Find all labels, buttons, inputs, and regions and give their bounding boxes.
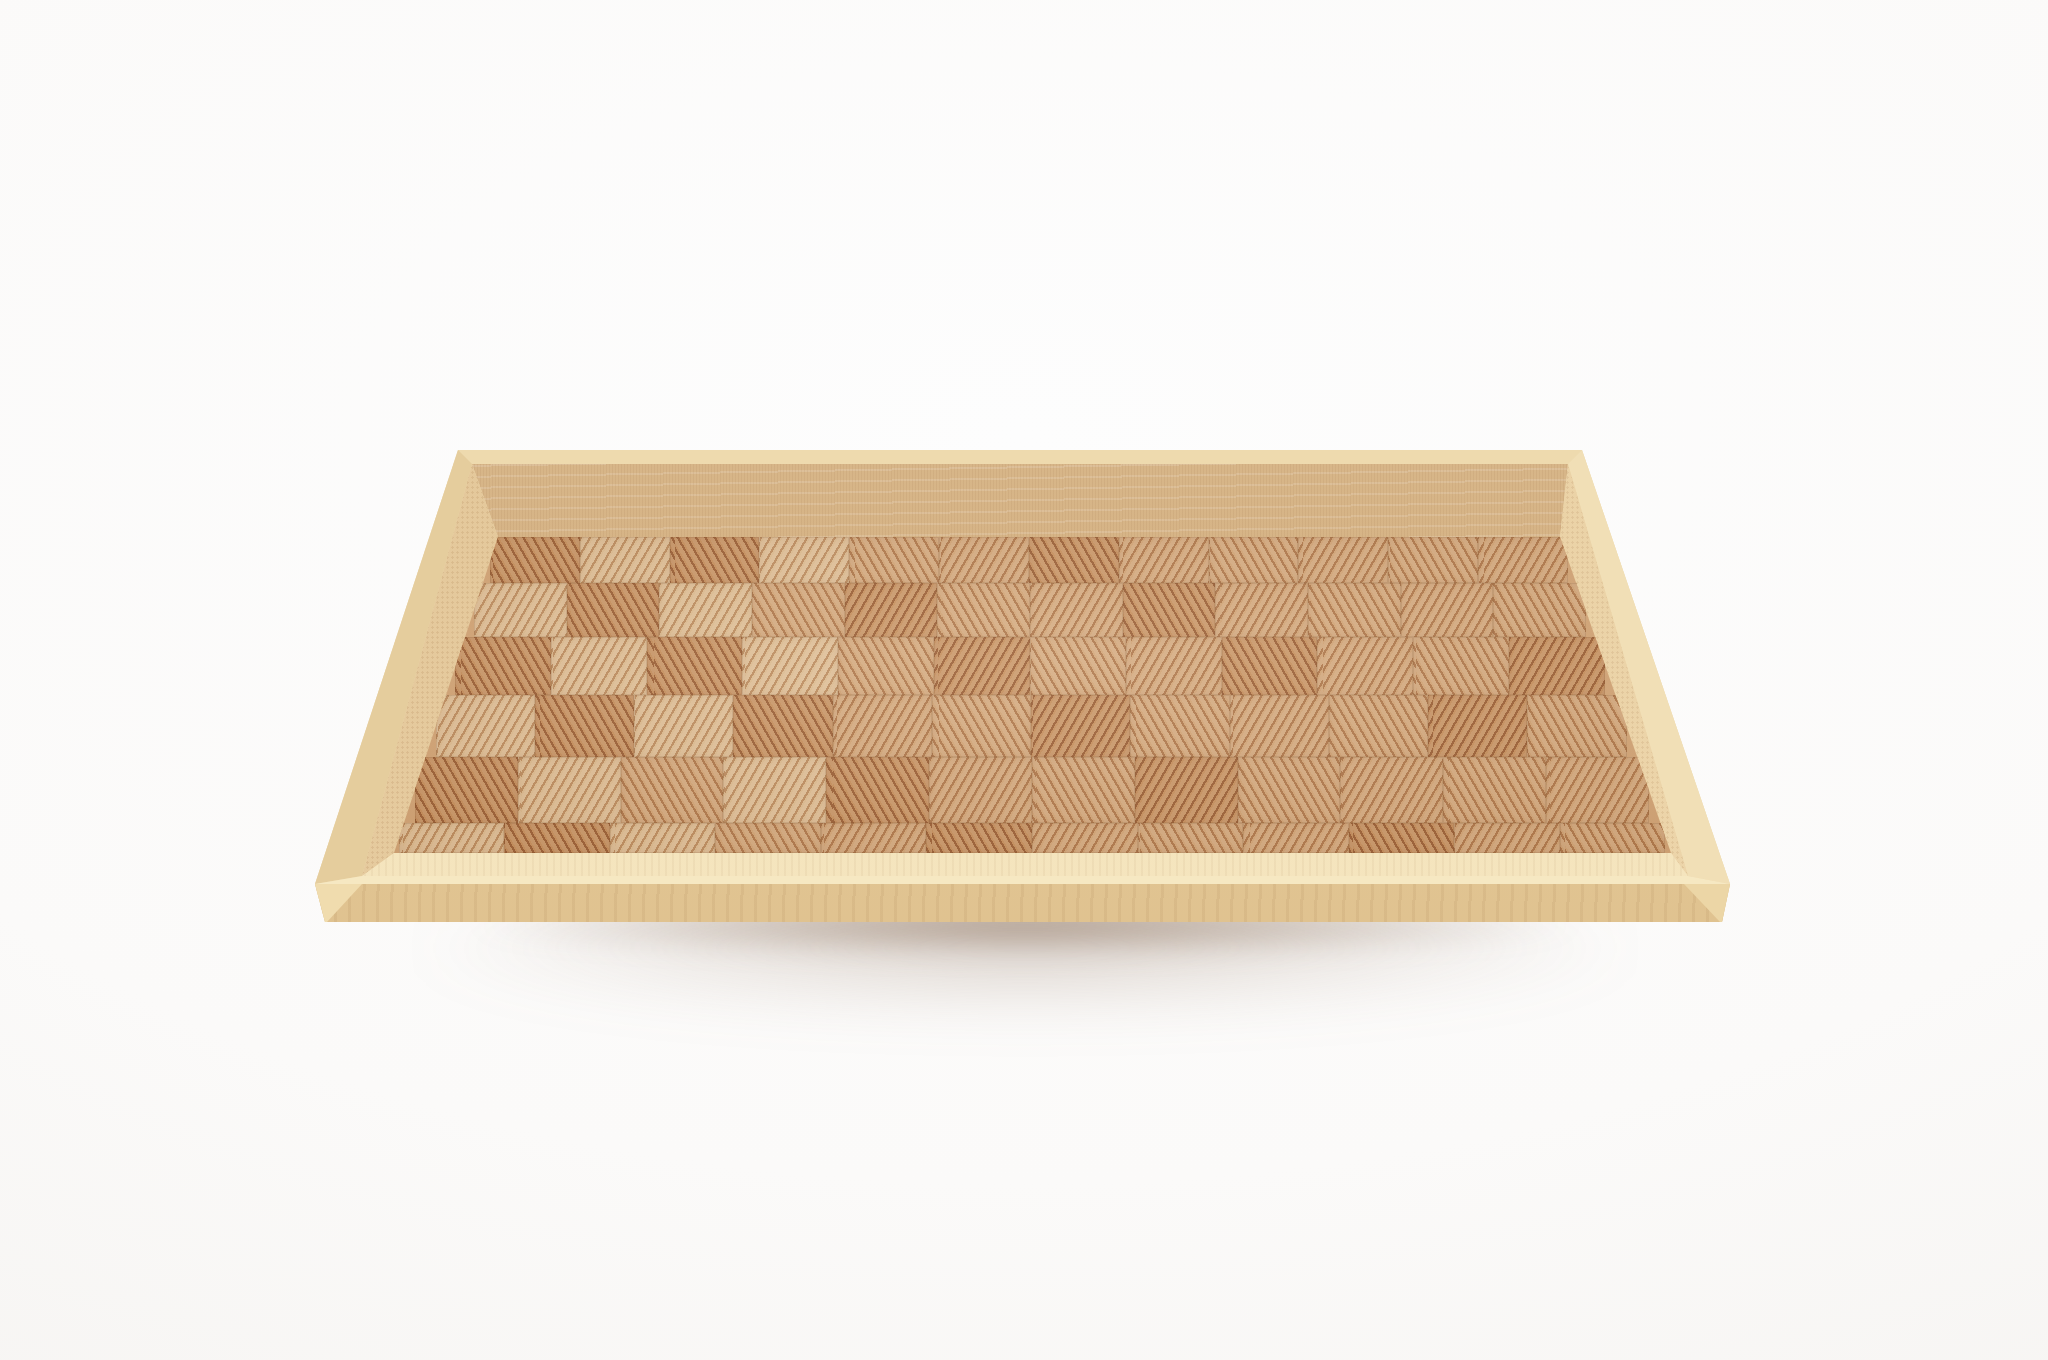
- board-cell: [1509, 637, 1605, 695]
- board-cell: [742, 637, 838, 695]
- board-cell: [1413, 637, 1509, 695]
- board-cell: [1317, 637, 1413, 695]
- board-cell: [399, 823, 505, 853]
- board-cell: [1238, 757, 1341, 823]
- board-cell: [490, 537, 580, 583]
- board-cell: [1243, 823, 1349, 853]
- board-cell: [1454, 823, 1560, 853]
- board-cell: [1560, 823, 1666, 853]
- board-cell: [436, 695, 535, 757]
- board-row: [474, 583, 1586, 637]
- board-cell: [932, 695, 1031, 757]
- board-cell: [415, 757, 518, 823]
- board-cell: [1478, 537, 1568, 583]
- board-cell: [838, 637, 934, 695]
- board-cell: [1209, 537, 1299, 583]
- board-cell: [1135, 757, 1238, 823]
- board-cell: [715, 823, 821, 853]
- board-cell: [1222, 637, 1318, 695]
- board-cell: [723, 757, 826, 823]
- board-cell: [1029, 537, 1119, 583]
- photo-stage: [0, 0, 2048, 1360]
- board-cell: [1230, 695, 1329, 757]
- board-cell: [535, 695, 634, 757]
- board-cell: [518, 757, 621, 823]
- board-cell: [826, 757, 929, 823]
- board-cell: [474, 583, 567, 637]
- board-cell: [1030, 637, 1126, 695]
- board-cell: [1130, 695, 1229, 757]
- board-cell: [1031, 695, 1130, 757]
- board-cell: [937, 583, 1030, 637]
- board-cell: [821, 823, 927, 853]
- board-cell: [1443, 757, 1546, 823]
- board-cell: [580, 537, 670, 583]
- board-row: [455, 637, 1605, 695]
- board-cell: [1493, 583, 1586, 637]
- board-cell: [1349, 823, 1455, 853]
- board-cell: [659, 583, 752, 637]
- board-row: [399, 823, 1666, 853]
- board-cell: [634, 695, 733, 757]
- board-cell: [1138, 823, 1244, 853]
- board-cell: [1340, 757, 1443, 823]
- board-cell: [1388, 537, 1478, 583]
- board-cell: [610, 823, 716, 853]
- board-cell: [845, 583, 938, 637]
- board-cell: [1032, 823, 1138, 853]
- board-cell: [939, 537, 1029, 583]
- checkerboard-floor: [394, 537, 1671, 853]
- board-cell: [647, 637, 743, 695]
- board-cell: [1298, 537, 1388, 583]
- board-cell: [1428, 695, 1527, 757]
- board-cell: [1030, 583, 1123, 637]
- board-cell: [567, 583, 660, 637]
- board-row: [436, 695, 1627, 757]
- board-cell: [455, 637, 551, 695]
- board-cell: [551, 637, 647, 695]
- board-cell: [833, 695, 932, 757]
- board-cell: [759, 537, 849, 583]
- board-cell: [670, 537, 760, 583]
- board-cell: [621, 757, 724, 823]
- board-cell: [849, 537, 939, 583]
- board-cell: [504, 823, 610, 853]
- board-cell: [1119, 537, 1209, 583]
- board-cell: [733, 695, 832, 757]
- board-cell: [1527, 695, 1626, 757]
- board-cell: [1032, 757, 1135, 823]
- board-cell: [929, 757, 1032, 823]
- board-cell: [1123, 583, 1216, 637]
- board-row: [490, 537, 1568, 583]
- board-cell: [1401, 583, 1494, 637]
- board-cell: [1546, 757, 1649, 823]
- board-cell: [1215, 583, 1308, 637]
- board-cell: [1308, 583, 1401, 637]
- board-cell: [934, 637, 1030, 695]
- board-cell: [1126, 637, 1222, 695]
- board-row: [415, 757, 1649, 823]
- board-cell: [752, 583, 845, 637]
- board-cell: [926, 823, 1032, 853]
- board-cell: [1329, 695, 1428, 757]
